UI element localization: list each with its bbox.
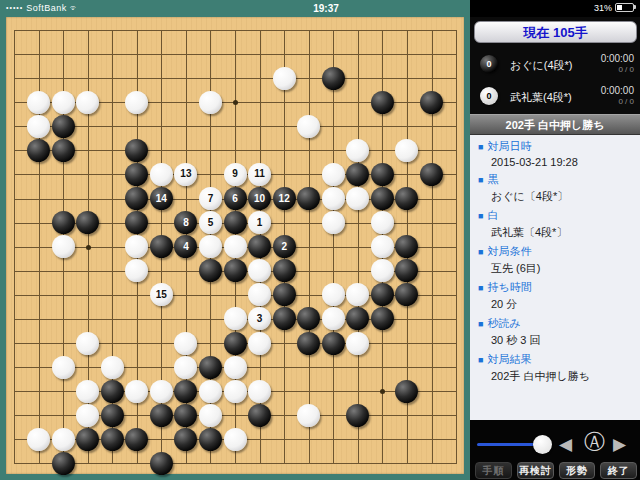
star-point: [233, 100, 238, 105]
stone-white: [297, 404, 320, 427]
stone-white: [248, 380, 271, 403]
stone-black: [395, 259, 418, 282]
stone-white: [322, 187, 345, 210]
stone-white: [101, 356, 124, 379]
white-player-periods: 0 / 0: [618, 97, 634, 106]
game-info-panel: ■対局日時2015-03-21 19:28■黒おぐに〔4段*〕■白武礼葉〔4段*…: [470, 135, 640, 420]
stone-black: [125, 187, 148, 210]
stone-numbered-13: 13: [174, 163, 197, 186]
stone-black: [27, 139, 50, 162]
stone-black: [248, 235, 271, 258]
signal-strength-icon: •••••: [6, 4, 23, 11]
info-label-text: 黒: [487, 173, 498, 185]
stone-numbered-2: 2: [273, 235, 296, 258]
stone-black: [371, 307, 394, 330]
black-player-periods: 0 / 0: [618, 65, 634, 74]
stone-black: [224, 211, 247, 234]
go-board[interactable]: 139111476101285142153: [6, 17, 464, 474]
stone-black: [224, 259, 247, 282]
stone-numbered-10: 10: [248, 187, 271, 210]
status-bar-right: 31%: [470, 0, 640, 17]
stone-black: [150, 235, 173, 258]
stone-black: [395, 380, 418, 403]
battery-percent: 31%: [594, 3, 612, 13]
stone-black: [371, 163, 394, 186]
stone-white: [76, 404, 99, 427]
stone-black: [322, 332, 345, 355]
white-stone-icon: 0: [480, 87, 498, 105]
stone-black: [199, 428, 222, 451]
stone-white: [322, 163, 345, 186]
stone-black: [420, 91, 443, 114]
stone-white: [174, 356, 197, 379]
black-captures: 0: [486, 59, 491, 69]
stone-black: [395, 187, 418, 210]
stone-white: [27, 91, 50, 114]
stone-black: [346, 307, 369, 330]
stone-numbered-5: 5: [199, 211, 222, 234]
sidebar: 現在 105手 0 おぐに(4段*) 0:00:00 0 / 0 0 武礼葉(4…: [470, 17, 640, 480]
stone-white: [125, 91, 148, 114]
next-move-button[interactable]: ▶: [613, 435, 626, 455]
stone-white: [224, 380, 247, 403]
info-value: 30 秒 3 回: [470, 333, 640, 348]
info-item: ■白武礼葉〔4段*〕: [470, 208, 640, 240]
stone-white: [248, 259, 271, 282]
stone-black: [346, 163, 369, 186]
stone-black: [150, 452, 173, 475]
stone-black: [101, 380, 124, 403]
black-player-time: 0:00:00: [601, 53, 634, 64]
stone-white: [199, 235, 222, 258]
stone-black: [125, 163, 148, 186]
stone-black: [346, 404, 369, 427]
info-label-text: 秒読み: [487, 317, 520, 329]
stone-numbered-9: 9: [224, 163, 247, 186]
grid-line-vertical: [358, 30, 359, 464]
app-screen: ••••• SoftBank ᯤ 19:37 31% 1391114761012…: [0, 0, 640, 480]
stone-black: [420, 163, 443, 186]
info-value: 202手 白中押し勝ち: [470, 369, 640, 384]
stone-white: [224, 428, 247, 451]
info-value: 互先 (6目): [470, 261, 640, 276]
stone-black: [297, 187, 320, 210]
stone-white: [273, 67, 296, 90]
stone-numbered-3: 3: [248, 307, 271, 330]
stone-white: [150, 380, 173, 403]
player-row-black: 0 おぐに(4段*) 0:00:00 0 / 0: [470, 50, 640, 80]
stone-white: [27, 115, 50, 138]
stone-numbered-12: 12: [273, 187, 296, 210]
grid-line-vertical: [333, 30, 334, 464]
stone-white: [224, 356, 247, 379]
info-label: ■対局結果: [470, 352, 640, 367]
black-player-name: おぐに(4段*): [510, 58, 573, 73]
stone-white: [150, 163, 173, 186]
bullet-square-icon: ■: [478, 142, 483, 152]
stone-numbered-1: 1: [248, 211, 271, 234]
slider-thumb[interactable]: [533, 435, 552, 454]
bullet-square-icon: ■: [478, 319, 483, 329]
stone-black: [395, 235, 418, 258]
info-label-text: 対局結果: [487, 353, 531, 365]
info-item: ■黒おぐに〔4段*〕: [470, 172, 640, 204]
stone-black: [297, 332, 320, 355]
stone-numbered-14: 14: [150, 187, 173, 210]
info-label: ■黒: [470, 172, 640, 187]
stone-black: [76, 211, 99, 234]
stone-black: [76, 428, 99, 451]
stone-white: [371, 235, 394, 258]
stone-numbered-7: 7: [199, 187, 222, 210]
status-time: 19:37: [296, 3, 356, 14]
stone-white: [297, 115, 320, 138]
stone-white: [346, 139, 369, 162]
info-label: ■秒読み: [470, 316, 640, 331]
info-item: ■対局条件互先 (6目): [470, 244, 640, 276]
wifi-icon: ᯤ: [70, 3, 80, 13]
stone-black: [322, 67, 345, 90]
stone-white: [248, 283, 271, 306]
info-label: ■持ち時間: [470, 280, 640, 295]
stone-white: [346, 283, 369, 306]
star-point: [86, 245, 91, 250]
autoplay-button[interactable]: Ⓐ: [584, 432, 605, 452]
info-value: おぐに〔4段*〕: [470, 189, 640, 204]
info-value: 2015-03-21 19:28: [470, 156, 640, 168]
stone-white: [248, 332, 271, 355]
grid-line-horizontal: [14, 463, 457, 464]
battery-icon: [615, 3, 634, 12]
info-label: ■対局日時: [470, 139, 640, 154]
black-stone-icon: 0: [480, 55, 498, 73]
stone-white: [371, 211, 394, 234]
stone-white: [199, 380, 222, 403]
grid-line-vertical: [456, 30, 457, 464]
bullet-square-icon: ■: [478, 283, 483, 293]
stone-white: [52, 235, 75, 258]
stone-white: [224, 307, 247, 330]
stone-white: [125, 259, 148, 282]
stone-black: [395, 283, 418, 306]
prev-move-button[interactable]: ◀: [559, 435, 572, 455]
bullet-square-icon: ■: [478, 247, 483, 257]
info-item: ■対局日時2015-03-21 19:28: [470, 139, 640, 168]
info-item: ■持ち時間20 分: [470, 280, 640, 312]
playback-controls: ◀ Ⓐ ▶ 手順再検討形勢終了: [470, 420, 640, 480]
bullet-square-icon: ■: [478, 175, 483, 185]
stone-black: [125, 211, 148, 234]
info-label: ■対局条件: [470, 244, 640, 259]
bullet-square-icon: ■: [478, 355, 483, 365]
stone-black: [174, 428, 197, 451]
stone-white: [174, 332, 197, 355]
stone-black: [371, 187, 394, 210]
carrier-label: ••••• SoftBank ᯤ: [6, 3, 79, 13]
button-形勢[interactable]: 形勢: [559, 462, 596, 479]
button-終了[interactable]: 終了: [600, 462, 637, 479]
stone-black: [125, 139, 148, 162]
stone-black: [199, 356, 222, 379]
stone-black: [248, 404, 271, 427]
stone-black: [174, 404, 197, 427]
stone-black: [174, 380, 197, 403]
stone-black: [52, 211, 75, 234]
stone-white: [76, 380, 99, 403]
info-value: 20 分: [470, 297, 640, 312]
grid-line-vertical: [309, 30, 310, 464]
stone-white: [371, 259, 394, 282]
game-result-bar: 202手 白中押し勝ち: [470, 114, 640, 135]
button-再検討[interactable]: 再検討: [517, 462, 554, 479]
white-player-name: 武礼葉(4段*): [510, 90, 572, 105]
stone-white: [76, 332, 99, 355]
stone-white: [224, 235, 247, 258]
stone-white: [125, 380, 148, 403]
stone-white: [199, 404, 222, 427]
stone-white: [346, 187, 369, 210]
stone-numbered-6: 6: [224, 187, 247, 210]
stone-white: [52, 91, 75, 114]
stone-white: [76, 91, 99, 114]
stone-black: [52, 452, 75, 475]
white-player-time: 0:00:00: [601, 85, 634, 96]
stone-black: [371, 91, 394, 114]
info-label-text: 対局日時: [487, 140, 531, 152]
stone-white: [52, 428, 75, 451]
info-item: ■対局結果202手 白中押し勝ち: [470, 352, 640, 384]
stone-white: [395, 139, 418, 162]
info-label-text: 対局条件: [487, 245, 531, 257]
stone-white: [199, 91, 222, 114]
info-label-text: 持ち時間: [487, 281, 531, 293]
carrier-name: SoftBank: [26, 3, 67, 13]
info-label: ■白: [470, 208, 640, 223]
action-button-row: 手順再検討形勢終了: [475, 462, 637, 479]
stone-black: [273, 307, 296, 330]
stone-black: [101, 428, 124, 451]
stone-black: [297, 307, 320, 330]
stone-black: [273, 259, 296, 282]
stone-black: [52, 115, 75, 138]
stone-black: [273, 283, 296, 306]
stone-numbered-8: 8: [174, 211, 197, 234]
stone-numbered-11: 11: [248, 163, 271, 186]
info-value: 武礼葉〔4段*〕: [470, 225, 640, 240]
button-手順: 手順: [475, 462, 512, 479]
stone-black: [224, 332, 247, 355]
stone-black: [371, 283, 394, 306]
stone-white: [322, 307, 345, 330]
stone-black: [52, 139, 75, 162]
stone-numbered-15: 15: [150, 283, 173, 306]
stone-white: [322, 283, 345, 306]
stone-white: [27, 428, 50, 451]
info-label-text: 白: [487, 209, 498, 221]
status-bar: ••••• SoftBank ᯤ 19:37: [0, 0, 470, 17]
stone-black: [199, 259, 222, 282]
stone-black: [125, 428, 148, 451]
player-row-white: 0 武礼葉(4段*) 0:00:00 0 / 0: [470, 82, 640, 112]
stone-numbered-4: 4: [174, 235, 197, 258]
star-point: [380, 389, 385, 394]
bullet-square-icon: ■: [478, 211, 483, 221]
stone-white: [322, 211, 345, 234]
stone-white: [125, 235, 148, 258]
move-slider[interactable]: [477, 443, 547, 447]
current-move-header: 現在 105手: [474, 21, 637, 43]
white-captures: 0: [486, 91, 491, 101]
stone-black: [150, 404, 173, 427]
stone-white: [346, 332, 369, 355]
battery-indicator: 31%: [594, 3, 636, 13]
stone-black: [101, 404, 124, 427]
info-item: ■秒読み30 秒 3 回: [470, 316, 640, 348]
stone-white: [52, 356, 75, 379]
board-frame: 139111476101285142153: [0, 17, 470, 480]
